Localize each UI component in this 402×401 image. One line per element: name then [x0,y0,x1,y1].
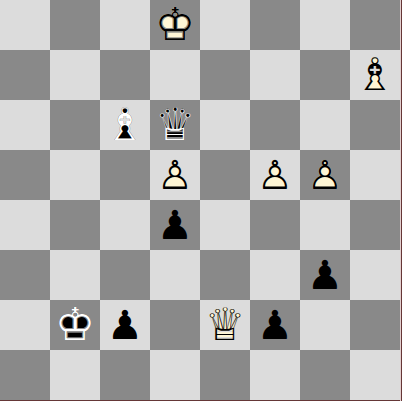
piece-fill-glyph: ♛ [150,100,200,150]
square-f6[interactable] [250,100,300,150]
square-b1[interactable] [50,350,100,400]
square-b4[interactable] [50,200,100,250]
square-h5[interactable] [350,150,400,200]
square-c4[interactable] [100,200,150,250]
square-b3[interactable] [50,250,100,300]
square-b6[interactable] [50,100,100,150]
chess-board-window: ♚♔♝♗♝♗♛♕♟♙♟♙♟♙♟♟♚♔♟♛♕♟ [0,0,402,401]
square-h2[interactable] [350,300,400,350]
black-queen-d6[interactable]: ♛♕ [150,100,200,150]
piece-fill-glyph: ♟ [300,250,350,300]
square-a4[interactable] [0,200,50,250]
square-b2[interactable]: ♚♔ [50,300,100,350]
square-c5[interactable] [100,150,150,200]
piece-fill-glyph: ♟ [100,300,150,350]
square-f5[interactable]: ♟♙ [250,150,300,200]
piece-outline-glyph: ♙ [250,150,300,200]
piece-fill-glyph: ♚ [50,300,100,350]
square-g4[interactable] [300,200,350,250]
piece-fill-glyph: ♟ [150,150,200,200]
black-pawn-g3[interactable]: ♟ [300,250,350,300]
square-a7[interactable] [0,50,50,100]
square-h1[interactable] [350,350,400,400]
piece-fill-glyph: ♚ [150,0,200,50]
square-c8[interactable] [100,0,150,50]
square-e8[interactable] [200,0,250,50]
square-d7[interactable] [150,50,200,100]
square-h3[interactable] [350,250,400,300]
white-pawn-f5[interactable]: ♟♙ [250,150,300,200]
white-pawn-g5[interactable]: ♟♙ [300,150,350,200]
square-a2[interactable] [0,300,50,350]
piece-fill-glyph: ♟ [250,300,300,350]
piece-outline-glyph: ♕ [200,300,250,350]
square-e2[interactable]: ♛♕ [200,300,250,350]
piece-fill-glyph: ♛ [200,300,250,350]
square-c7[interactable] [100,50,150,100]
square-h6[interactable] [350,100,400,150]
square-g3[interactable]: ♟ [300,250,350,300]
square-d5[interactable]: ♟♙ [150,150,200,200]
square-g5[interactable]: ♟♙ [300,150,350,200]
white-king-d8[interactable]: ♚♔ [150,0,200,50]
square-e3[interactable] [200,250,250,300]
chess-board: ♚♔♝♗♝♗♛♕♟♙♟♙♟♙♟♟♚♔♟♛♕♟ [0,0,400,400]
square-d4[interactable]: ♟ [150,200,200,250]
piece-outline-glyph: ♕ [150,100,200,150]
square-b5[interactable] [50,150,100,200]
square-a8[interactable] [0,0,50,50]
square-d1[interactable] [150,350,200,400]
square-a5[interactable] [0,150,50,200]
white-queen-e2[interactable]: ♛♕ [200,300,250,350]
piece-fill-glyph: ♟ [300,150,350,200]
square-c6[interactable]: ♝♗ [100,100,150,150]
square-f3[interactable] [250,250,300,300]
piece-outline-glyph: ♔ [50,300,100,350]
square-b7[interactable] [50,50,100,100]
piece-outline-glyph: ♙ [300,150,350,200]
square-f2[interactable]: ♟ [250,300,300,350]
square-b8[interactable] [50,0,100,50]
square-f4[interactable] [250,200,300,250]
square-d8[interactable]: ♚♔ [150,0,200,50]
square-a1[interactable] [0,350,50,400]
piece-fill-glyph: ♟ [250,150,300,200]
square-g1[interactable] [300,350,350,400]
white-pawn-d5[interactable]: ♟♙ [150,150,200,200]
piece-fill-glyph: ♝ [100,100,150,150]
square-c3[interactable] [100,250,150,300]
piece-outline-glyph: ♗ [100,100,150,150]
piece-outline-glyph: ♔ [150,0,200,50]
square-g7[interactable] [300,50,350,100]
square-e5[interactable] [200,150,250,200]
square-f8[interactable] [250,0,300,50]
square-h7[interactable]: ♝♗ [350,50,400,100]
square-g8[interactable] [300,0,350,50]
square-e7[interactable] [200,50,250,100]
piece-fill-glyph: ♟ [150,200,200,250]
square-g2[interactable] [300,300,350,350]
piece-outline-glyph: ♗ [350,50,400,100]
square-c2[interactable]: ♟ [100,300,150,350]
board-right-edge-line [400,0,401,401]
square-h8[interactable] [350,0,400,50]
square-e4[interactable] [200,200,250,250]
square-h4[interactable] [350,200,400,250]
square-f1[interactable] [250,350,300,400]
black-king-b2[interactable]: ♚♔ [50,300,100,350]
black-pawn-d4[interactable]: ♟ [150,200,200,250]
black-pawn-f2[interactable]: ♟ [250,300,300,350]
square-d6[interactable]: ♛♕ [150,100,200,150]
square-d3[interactable] [150,250,200,300]
square-e6[interactable] [200,100,250,150]
square-c1[interactable] [100,350,150,400]
square-a6[interactable] [0,100,50,150]
square-e1[interactable] [200,350,250,400]
square-g6[interactable] [300,100,350,150]
square-a3[interactable] [0,250,50,300]
square-d2[interactable] [150,300,200,350]
piece-outline-glyph: ♙ [150,150,200,200]
black-bishop-c6[interactable]: ♝♗ [100,100,150,150]
black-pawn-c2[interactable]: ♟ [100,300,150,350]
white-bishop-h7[interactable]: ♝♗ [350,50,400,100]
square-f7[interactable] [250,50,300,100]
piece-fill-glyph: ♝ [350,50,400,100]
